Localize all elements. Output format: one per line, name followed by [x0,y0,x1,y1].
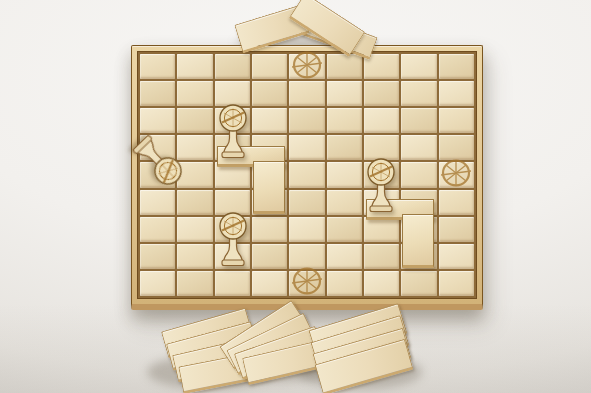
wall-vertical[interactable] [402,214,434,268]
pawn[interactable] [214,211,252,271]
pawn[interactable] [362,157,400,217]
photo-scene [0,0,591,393]
wall-vertical[interactable] [253,161,285,215]
game-board [131,45,483,310]
pawn[interactable] [214,103,252,163]
pawn-fallen[interactable] [123,125,192,195]
board-overlay [132,46,482,304]
